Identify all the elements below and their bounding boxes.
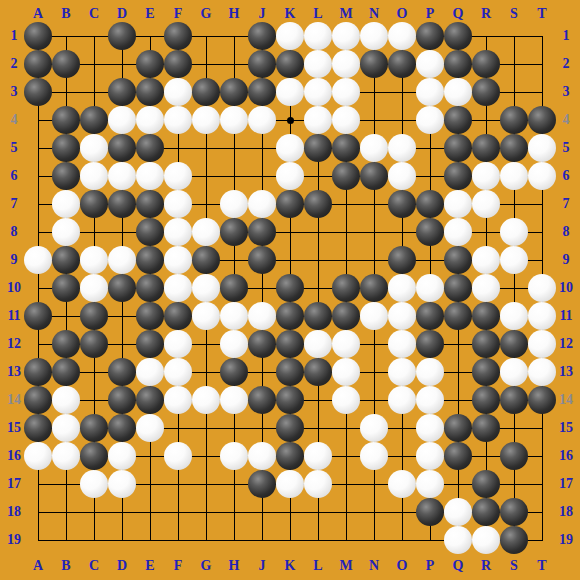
stone-white-N15	[360, 414, 388, 442]
col-label-bottom-Q: Q	[445, 558, 471, 574]
row-label-left-5: 5	[1, 140, 27, 156]
stone-white-P17	[416, 470, 444, 498]
stone-black-N2	[360, 50, 388, 78]
stone-white-O6	[388, 162, 416, 190]
col-label-top-A: A	[25, 6, 51, 22]
stone-white-M2	[332, 50, 360, 78]
col-label-top-E: E	[137, 6, 163, 22]
stone-white-O12	[388, 330, 416, 358]
stone-white-Q7	[444, 190, 472, 218]
stone-white-S6	[500, 162, 528, 190]
col-label-bottom-H: H	[221, 558, 247, 574]
stone-white-H16	[220, 442, 248, 470]
stone-black-B5	[52, 134, 80, 162]
stone-black-D15	[108, 414, 136, 442]
stone-white-K1	[276, 22, 304, 50]
stone-black-F2	[164, 50, 192, 78]
col-label-top-Q: Q	[445, 6, 471, 22]
stone-black-Q6	[444, 162, 472, 190]
stone-black-T14	[528, 386, 556, 414]
col-label-bottom-L: L	[305, 558, 331, 574]
stone-white-P15	[416, 414, 444, 442]
stone-black-M11	[332, 302, 360, 330]
stone-black-P7	[416, 190, 444, 218]
stone-white-C5	[80, 134, 108, 162]
stone-white-M4	[332, 106, 360, 134]
stone-white-N1	[360, 22, 388, 50]
stone-white-D17	[108, 470, 136, 498]
stone-white-K3	[276, 78, 304, 106]
stone-white-B7	[52, 190, 80, 218]
stone-black-S19	[500, 526, 528, 554]
go-board[interactable]: AA11BB22CC33DD44EE55FF66GG77HH88JJ99KK10…	[0, 0, 580, 580]
stone-black-H8	[220, 218, 248, 246]
row-label-right-16: 16	[553, 448, 579, 464]
stone-white-C6	[80, 162, 108, 190]
row-label-right-8: 8	[553, 224, 579, 240]
col-label-top-C: C	[81, 6, 107, 22]
stone-black-C12	[80, 330, 108, 358]
row-label-right-9: 9	[553, 252, 579, 268]
stone-white-B8	[52, 218, 80, 246]
row-label-right-19: 19	[553, 532, 579, 548]
stone-black-Q15	[444, 414, 472, 442]
stone-black-E9	[136, 246, 164, 274]
stone-white-E6	[136, 162, 164, 190]
stone-black-C15	[80, 414, 108, 442]
row-label-left-10: 10	[1, 280, 27, 296]
stone-white-P13	[416, 358, 444, 386]
stone-white-A16	[24, 442, 52, 470]
stone-black-H13	[220, 358, 248, 386]
stone-black-Q16	[444, 442, 472, 470]
stone-white-O10	[388, 274, 416, 302]
stone-black-P12	[416, 330, 444, 358]
stone-white-O14	[388, 386, 416, 414]
stone-white-K5	[276, 134, 304, 162]
stone-white-N11	[360, 302, 388, 330]
stone-white-L3	[304, 78, 332, 106]
stone-white-F14	[164, 386, 192, 414]
stone-white-N16	[360, 442, 388, 470]
stone-white-P3	[416, 78, 444, 106]
col-label-bottom-A: A	[25, 558, 51, 574]
stone-white-Q19	[444, 526, 472, 554]
stone-black-C7	[80, 190, 108, 218]
col-label-top-P: P	[417, 6, 443, 22]
stone-black-F1	[164, 22, 192, 50]
stone-black-J8	[248, 218, 276, 246]
stone-white-M13	[332, 358, 360, 386]
col-label-top-S: S	[501, 6, 527, 22]
stone-black-E2	[136, 50, 164, 78]
col-label-bottom-P: P	[417, 558, 443, 574]
stone-black-L11	[304, 302, 332, 330]
stone-black-B4	[52, 106, 80, 134]
stone-white-E13	[136, 358, 164, 386]
stone-black-A11	[24, 302, 52, 330]
stone-black-L13	[304, 358, 332, 386]
stone-black-R2	[472, 50, 500, 78]
stone-white-S13	[500, 358, 528, 386]
stone-white-A9	[24, 246, 52, 274]
stone-white-O13	[388, 358, 416, 386]
stone-black-K13	[276, 358, 304, 386]
stone-black-M6	[332, 162, 360, 190]
stone-white-M14	[332, 386, 360, 414]
row-label-right-18: 18	[553, 504, 579, 520]
stone-black-A2	[24, 50, 52, 78]
row-label-left-18: 18	[1, 504, 27, 520]
stone-black-E8	[136, 218, 164, 246]
stone-white-S9	[500, 246, 528, 274]
stone-white-F7	[164, 190, 192, 218]
stone-black-K16	[276, 442, 304, 470]
row-label-right-15: 15	[553, 420, 579, 436]
stone-black-R12	[472, 330, 500, 358]
stone-black-J9	[248, 246, 276, 274]
stone-black-R5	[472, 134, 500, 162]
stone-white-R9	[472, 246, 500, 274]
star-point-K4	[287, 117, 294, 124]
stone-white-R19	[472, 526, 500, 554]
col-label-top-R: R	[473, 6, 499, 22]
stone-white-L12	[304, 330, 332, 358]
stone-white-P4	[416, 106, 444, 134]
stone-black-M5	[332, 134, 360, 162]
col-label-bottom-F: F	[165, 558, 191, 574]
row-label-right-12: 12	[553, 336, 579, 352]
stone-black-R13	[472, 358, 500, 386]
col-label-bottom-B: B	[53, 558, 79, 574]
col-label-top-H: H	[221, 6, 247, 22]
stone-black-A3	[24, 78, 52, 106]
stone-black-S12	[500, 330, 528, 358]
stone-black-D3	[108, 78, 136, 106]
stone-black-P18	[416, 498, 444, 526]
stone-black-J2	[248, 50, 276, 78]
stone-black-S5	[500, 134, 528, 162]
stone-white-P2	[416, 50, 444, 78]
stone-white-F10	[164, 274, 192, 302]
stone-white-Q18	[444, 498, 472, 526]
col-label-top-B: B	[53, 6, 79, 22]
stone-white-G10	[192, 274, 220, 302]
stone-white-P16	[416, 442, 444, 470]
stone-white-L16	[304, 442, 332, 470]
stone-white-C17	[80, 470, 108, 498]
stone-black-D13	[108, 358, 136, 386]
stone-black-S18	[500, 498, 528, 526]
col-label-bottom-K: K	[277, 558, 303, 574]
col-label-bottom-J: J	[249, 558, 275, 574]
stone-white-K17	[276, 470, 304, 498]
stone-white-F4	[164, 106, 192, 134]
stone-black-J12	[248, 330, 276, 358]
row-label-right-17: 17	[553, 476, 579, 492]
stone-white-S11	[500, 302, 528, 330]
stone-black-P8	[416, 218, 444, 246]
stone-white-Q8	[444, 218, 472, 246]
row-label-right-1: 1	[553, 28, 579, 44]
stone-black-Q5	[444, 134, 472, 162]
stone-black-A13	[24, 358, 52, 386]
stone-black-P11	[416, 302, 444, 330]
row-label-right-10: 10	[553, 280, 579, 296]
stone-black-E3	[136, 78, 164, 106]
stone-black-E5	[136, 134, 164, 162]
stone-black-D1	[108, 22, 136, 50]
col-label-top-D: D	[109, 6, 135, 22]
row-label-right-2: 2	[553, 56, 579, 72]
stone-white-H4	[220, 106, 248, 134]
stone-white-L1	[304, 22, 332, 50]
stone-white-F6	[164, 162, 192, 190]
stone-white-D6	[108, 162, 136, 190]
col-label-top-J: J	[249, 6, 275, 22]
row-label-right-14: 14	[553, 392, 579, 408]
stone-black-Q10	[444, 274, 472, 302]
stone-black-K11	[276, 302, 304, 330]
stone-black-G3	[192, 78, 220, 106]
stone-white-J11	[248, 302, 276, 330]
stone-white-D16	[108, 442, 136, 470]
row-label-left-7: 7	[1, 196, 27, 212]
stone-white-R7	[472, 190, 500, 218]
stone-white-M12	[332, 330, 360, 358]
stone-black-J17	[248, 470, 276, 498]
stone-black-J14	[248, 386, 276, 414]
stone-black-D5	[108, 134, 136, 162]
stone-white-R10	[472, 274, 500, 302]
row-label-right-11: 11	[553, 308, 579, 324]
stone-black-B12	[52, 330, 80, 358]
stone-black-E14	[136, 386, 164, 414]
stone-white-L17	[304, 470, 332, 498]
col-label-bottom-T: T	[529, 558, 555, 574]
row-label-right-6: 6	[553, 168, 579, 184]
stone-black-E11	[136, 302, 164, 330]
stone-black-R15	[472, 414, 500, 442]
col-label-top-M: M	[333, 6, 359, 22]
stone-black-K7	[276, 190, 304, 218]
stone-white-T11	[528, 302, 556, 330]
stone-white-B15	[52, 414, 80, 442]
stone-black-M10	[332, 274, 360, 302]
stone-black-J3	[248, 78, 276, 106]
stone-black-R18	[472, 498, 500, 526]
row-label-left-19: 19	[1, 532, 27, 548]
stone-black-R14	[472, 386, 500, 414]
row-label-right-5: 5	[553, 140, 579, 156]
stone-black-A1	[24, 22, 52, 50]
stone-black-N6	[360, 162, 388, 190]
col-label-top-O: O	[389, 6, 415, 22]
stone-black-K12	[276, 330, 304, 358]
stone-black-H10	[220, 274, 248, 302]
stone-white-T5	[528, 134, 556, 162]
stone-black-O9	[388, 246, 416, 274]
col-label-top-N: N	[361, 6, 387, 22]
row-label-left-8: 8	[1, 224, 27, 240]
stone-black-B10	[52, 274, 80, 302]
stone-black-Q2	[444, 50, 472, 78]
stone-white-G11	[192, 302, 220, 330]
stone-black-O7	[388, 190, 416, 218]
stone-white-O5	[388, 134, 416, 162]
stone-black-J1	[248, 22, 276, 50]
stone-black-B13	[52, 358, 80, 386]
stone-black-Q9	[444, 246, 472, 274]
col-label-bottom-G: G	[193, 558, 219, 574]
col-label-bottom-R: R	[473, 558, 499, 574]
stone-white-K6	[276, 162, 304, 190]
stone-white-S8	[500, 218, 528, 246]
stone-white-T6	[528, 162, 556, 190]
stone-black-A14	[24, 386, 52, 414]
stone-white-B16	[52, 442, 80, 470]
stone-white-O17	[388, 470, 416, 498]
stone-black-O2	[388, 50, 416, 78]
stone-white-C9	[80, 246, 108, 274]
stone-black-R11	[472, 302, 500, 330]
stone-white-J4	[248, 106, 276, 134]
stone-white-F8	[164, 218, 192, 246]
stone-black-N10	[360, 274, 388, 302]
col-label-top-F: F	[165, 6, 191, 22]
stone-white-R6	[472, 162, 500, 190]
stone-white-T12	[528, 330, 556, 358]
stone-black-B9	[52, 246, 80, 274]
stone-black-E10	[136, 274, 164, 302]
stone-black-K10	[276, 274, 304, 302]
stone-black-P1	[416, 22, 444, 50]
row-label-right-3: 3	[553, 84, 579, 100]
stone-white-M3	[332, 78, 360, 106]
stone-black-L5	[304, 134, 332, 162]
stone-white-N5	[360, 134, 388, 162]
stone-white-D4	[108, 106, 136, 134]
stone-white-G14	[192, 386, 220, 414]
stone-black-Q1	[444, 22, 472, 50]
row-label-left-6: 6	[1, 168, 27, 184]
stone-black-R3	[472, 78, 500, 106]
stone-black-E7	[136, 190, 164, 218]
row-label-right-7: 7	[553, 196, 579, 212]
col-label-bottom-D: D	[109, 558, 135, 574]
col-label-top-K: K	[277, 6, 303, 22]
stone-black-L7	[304, 190, 332, 218]
stone-black-C4	[80, 106, 108, 134]
row-label-right-4: 4	[553, 112, 579, 128]
stone-white-F9	[164, 246, 192, 274]
stone-white-F12	[164, 330, 192, 358]
stone-white-F13	[164, 358, 192, 386]
stone-white-G4	[192, 106, 220, 134]
stone-white-O11	[388, 302, 416, 330]
col-label-bottom-M: M	[333, 558, 359, 574]
stone-black-D7	[108, 190, 136, 218]
stone-black-D10	[108, 274, 136, 302]
row-label-left-4: 4	[1, 112, 27, 128]
stone-white-P10	[416, 274, 444, 302]
stone-white-E4	[136, 106, 164, 134]
stone-white-H11	[220, 302, 248, 330]
stone-black-R17	[472, 470, 500, 498]
stone-white-G8	[192, 218, 220, 246]
stone-black-A15	[24, 414, 52, 442]
stone-white-D9	[108, 246, 136, 274]
col-label-bottom-N: N	[361, 558, 387, 574]
stone-black-C16	[80, 442, 108, 470]
stone-white-T13	[528, 358, 556, 386]
col-label-bottom-E: E	[137, 558, 163, 574]
row-label-right-13: 13	[553, 364, 579, 380]
col-label-bottom-O: O	[389, 558, 415, 574]
col-label-bottom-S: S	[501, 558, 527, 574]
stone-black-G9	[192, 246, 220, 274]
stone-black-K14	[276, 386, 304, 414]
stone-white-J7	[248, 190, 276, 218]
stone-black-F11	[164, 302, 192, 330]
stone-black-B2	[52, 50, 80, 78]
stone-black-S16	[500, 442, 528, 470]
stone-black-S14	[500, 386, 528, 414]
stone-white-B14	[52, 386, 80, 414]
stone-white-E15	[136, 414, 164, 442]
stone-white-P14	[416, 386, 444, 414]
stone-black-C11	[80, 302, 108, 330]
stone-white-L2	[304, 50, 332, 78]
stone-black-Q11	[444, 302, 472, 330]
stone-black-H3	[220, 78, 248, 106]
stone-black-D14	[108, 386, 136, 414]
stone-white-Q3	[444, 78, 472, 106]
col-label-top-L: L	[305, 6, 331, 22]
stone-black-T4	[528, 106, 556, 134]
stone-white-H7	[220, 190, 248, 218]
stone-black-K2	[276, 50, 304, 78]
row-label-left-17: 17	[1, 476, 27, 492]
stone-black-Q4	[444, 106, 472, 134]
stone-white-H12	[220, 330, 248, 358]
stone-white-L4	[304, 106, 332, 134]
stone-black-S4	[500, 106, 528, 134]
stone-black-B6	[52, 162, 80, 190]
stone-white-T10	[528, 274, 556, 302]
stone-white-O1	[388, 22, 416, 50]
col-label-bottom-C: C	[81, 558, 107, 574]
stone-white-F3	[164, 78, 192, 106]
stone-white-C10	[80, 274, 108, 302]
stone-white-J16	[248, 442, 276, 470]
stone-black-E12	[136, 330, 164, 358]
stone-white-F16	[164, 442, 192, 470]
row-label-left-12: 12	[1, 336, 27, 352]
col-label-top-G: G	[193, 6, 219, 22]
col-label-top-T: T	[529, 6, 555, 22]
stone-white-M1	[332, 22, 360, 50]
stone-black-K15	[276, 414, 304, 442]
stone-white-H14	[220, 386, 248, 414]
